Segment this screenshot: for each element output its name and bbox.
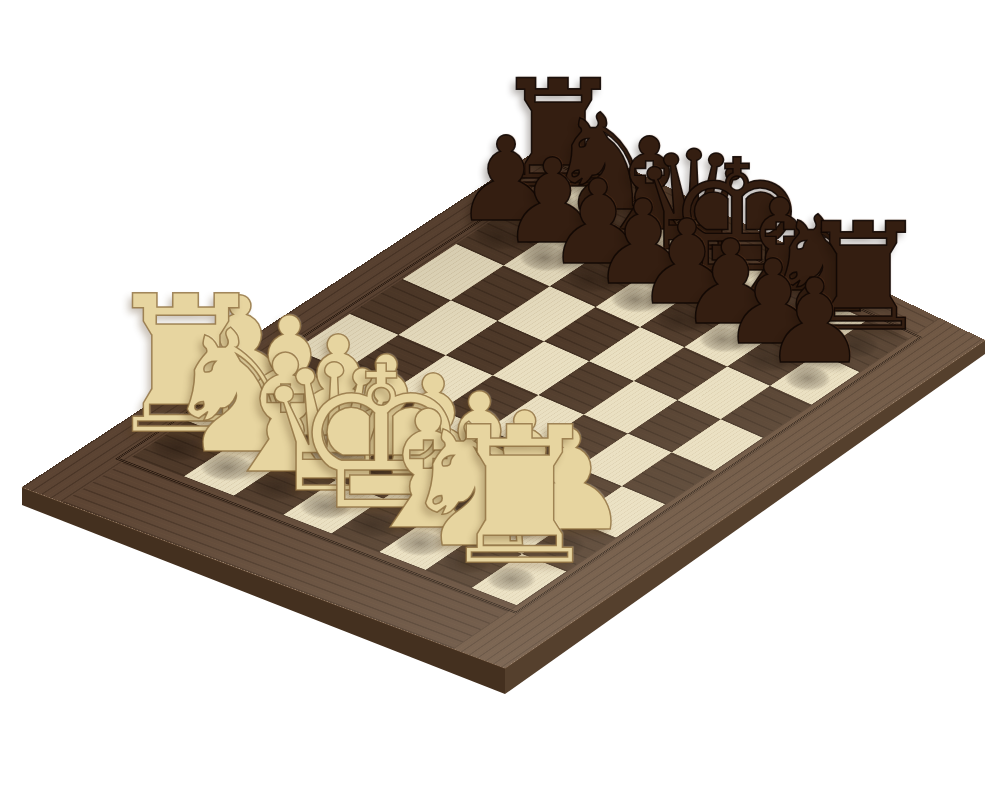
pieces-layer: ♜♞♝♛♚♝♞♜♟♟♟♟♟♟♟♟♟♟♟♟♟♟♟♟♜♞♝♛♚♝♞♜: [0, 0, 1000, 800]
piece-black-pawn-h7[interactable]: ♟: [763, 263, 868, 380]
product-photo-stage: ♜♞♝♛♚♝♞♜♟♟♟♟♟♟♟♟♟♟♟♟♟♟♟♟♜♞♝♛♚♝♞♜: [0, 0, 1000, 800]
piece-white-rook-h1[interactable]: ♜: [434, 402, 604, 591]
